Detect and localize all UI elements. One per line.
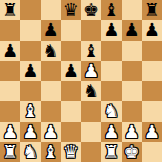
white-knight-piece[interactable]: ♞	[103, 101, 119, 121]
square-d6[interactable]	[61, 41, 81, 61]
square-e1[interactable]	[81, 142, 101, 162]
black-knight-piece[interactable]: ♞	[43, 41, 59, 61]
square-d5[interactable]: ♟	[61, 61, 81, 81]
white-pawn-piece[interactable]: ♟	[22, 122, 38, 142]
square-h5[interactable]	[142, 61, 162, 81]
square-c6[interactable]: ♞	[41, 41, 61, 61]
black-pawn-piece[interactable]: ♟	[43, 20, 59, 40]
square-g3[interactable]	[122, 101, 142, 121]
square-f6[interactable]	[101, 41, 121, 61]
white-king-piece[interactable]: ♚	[124, 142, 140, 162]
square-g4[interactable]	[122, 81, 142, 101]
square-h6[interactable]	[142, 41, 162, 61]
black-rook-piece[interactable]: ♜	[144, 0, 160, 20]
square-d8[interactable]: ♛	[61, 0, 81, 20]
square-b5[interactable]: ♟	[20, 61, 40, 81]
square-g5[interactable]	[122, 61, 142, 81]
white-pawn-piece[interactable]: ♟	[43, 122, 59, 142]
chess-board: ♜♛♚♝♜♟♟♟♟♟♞♝♟♟♟♞♝♞♟♟♟♟♟♟♜♞♝♛♜♚	[0, 0, 162, 162]
square-f5[interactable]	[101, 61, 121, 81]
black-rook-piece[interactable]: ♜	[2, 0, 18, 20]
square-d4[interactable]	[61, 81, 81, 101]
square-e4[interactable]: ♞	[81, 81, 101, 101]
square-f7[interactable]: ♟	[101, 20, 121, 40]
white-pawn-piece[interactable]: ♟	[103, 122, 119, 142]
square-h4[interactable]	[142, 81, 162, 101]
square-c7[interactable]: ♟	[41, 20, 61, 40]
square-a2[interactable]: ♟	[0, 122, 20, 142]
black-pawn-piece[interactable]: ♟	[22, 61, 38, 81]
square-e2[interactable]	[81, 122, 101, 142]
white-rook-piece[interactable]: ♜	[2, 142, 18, 162]
black-pawn-piece[interactable]: ♟	[124, 20, 140, 40]
white-pawn-piece[interactable]: ♟	[144, 122, 160, 142]
square-f8[interactable]: ♝	[101, 0, 121, 20]
square-a8[interactable]: ♜	[0, 0, 20, 20]
square-a6[interactable]: ♟	[0, 41, 20, 61]
square-e6[interactable]: ♝	[81, 41, 101, 61]
square-a3[interactable]	[0, 101, 20, 121]
square-h8[interactable]: ♜	[142, 0, 162, 20]
black-pawn-piece[interactable]: ♟	[144, 20, 160, 40]
square-h2[interactable]: ♟	[142, 122, 162, 142]
black-king-piece[interactable]: ♚	[83, 0, 99, 20]
square-g7[interactable]: ♟	[122, 20, 142, 40]
square-f1[interactable]: ♜	[101, 142, 121, 162]
white-pawn-piece[interactable]: ♟	[124, 122, 140, 142]
white-bishop-piece[interactable]: ♝	[43, 142, 59, 162]
black-pawn-piece[interactable]: ♟	[103, 20, 119, 40]
square-e8[interactable]: ♚	[81, 0, 101, 20]
square-a7[interactable]	[0, 20, 20, 40]
square-c4[interactable]	[41, 81, 61, 101]
square-b3[interactable]: ♝	[20, 101, 40, 121]
square-e7[interactable]	[81, 20, 101, 40]
black-bishop-piece[interactable]: ♝	[103, 0, 119, 20]
square-h1[interactable]	[142, 142, 162, 162]
square-g1[interactable]: ♚	[122, 142, 142, 162]
square-b7[interactable]	[20, 20, 40, 40]
square-b6[interactable]	[20, 41, 40, 61]
white-knight-piece[interactable]: ♞	[22, 142, 38, 162]
black-bishop-piece[interactable]: ♝	[83, 41, 99, 61]
square-b2[interactable]: ♟	[20, 122, 40, 142]
black-pawn-piece[interactable]: ♟	[2, 41, 18, 61]
square-h7[interactable]: ♟	[142, 20, 162, 40]
square-b4[interactable]	[20, 81, 40, 101]
square-g6[interactable]	[122, 41, 142, 61]
chess-board-window: ♜♛♚♝♜♟♟♟♟♟♞♝♟♟♟♞♝♞♟♟♟♟♟♟♜♞♝♛♜♚	[0, 0, 162, 162]
square-b8[interactable]	[20, 0, 40, 20]
square-a5[interactable]	[0, 61, 20, 81]
square-c8[interactable]	[41, 0, 61, 20]
white-rook-piece[interactable]: ♜	[103, 142, 119, 162]
white-pawn-piece[interactable]: ♟	[83, 61, 99, 81]
square-d2[interactable]	[61, 122, 81, 142]
square-b1[interactable]: ♞	[20, 142, 40, 162]
square-c1[interactable]: ♝	[41, 142, 61, 162]
black-pawn-piece[interactable]: ♟	[63, 61, 79, 81]
square-d7[interactable]	[61, 20, 81, 40]
white-bishop-piece[interactable]: ♝	[22, 101, 38, 121]
square-f2[interactable]: ♟	[101, 122, 121, 142]
black-knight-piece[interactable]: ♞	[83, 81, 99, 101]
black-queen-piece[interactable]: ♛	[63, 0, 79, 20]
square-f3[interactable]: ♞	[101, 101, 121, 121]
square-c3[interactable]	[41, 101, 61, 121]
square-e3[interactable]	[81, 101, 101, 121]
square-g8[interactable]	[122, 0, 142, 20]
square-g2[interactable]: ♟	[122, 122, 142, 142]
white-queen-piece[interactable]: ♛	[63, 142, 79, 162]
square-e5[interactable]: ♟	[81, 61, 101, 81]
square-d3[interactable]	[61, 101, 81, 121]
square-d1[interactable]: ♛	[61, 142, 81, 162]
square-h3[interactable]	[142, 101, 162, 121]
square-f4[interactable]	[101, 81, 121, 101]
square-c2[interactable]: ♟	[41, 122, 61, 142]
square-c5[interactable]	[41, 61, 61, 81]
square-a1[interactable]: ♜	[0, 142, 20, 162]
square-a4[interactable]	[0, 81, 20, 101]
white-pawn-piece[interactable]: ♟	[2, 122, 18, 142]
